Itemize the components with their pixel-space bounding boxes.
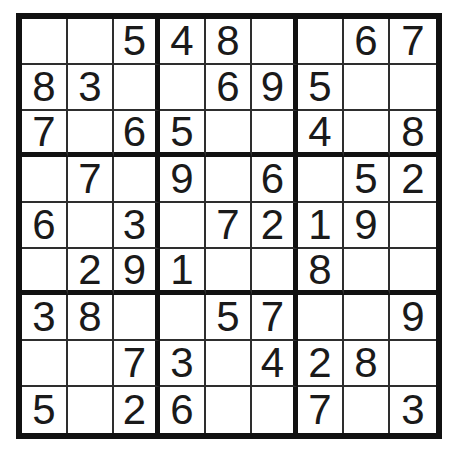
cell-r2c9[interactable]: [390, 65, 436, 111]
cell-r2c6[interactable]: 9: [252, 65, 298, 111]
cell-r3c8[interactable]: [344, 111, 390, 157]
cell-r1c8[interactable]: 6: [344, 19, 390, 65]
cell-r3c7[interactable]: 4: [298, 111, 344, 157]
cell-r4c3[interactable]: [114, 157, 160, 203]
cell-r9c8[interactable]: [344, 387, 390, 433]
cell-r1c2[interactable]: [68, 19, 114, 65]
cell-r8c8[interactable]: 8: [344, 341, 390, 387]
cell-r8c3[interactable]: 7: [114, 341, 160, 387]
cell-r8c6[interactable]: 4: [252, 341, 298, 387]
sudoku-grid: 5486783695765487965263721929183857973428…: [22, 19, 436, 433]
cell-r3c3[interactable]: 6: [114, 111, 160, 157]
cell-r2c8[interactable]: [344, 65, 390, 111]
cell-r5c1[interactable]: 6: [22, 203, 68, 249]
cell-r9c9[interactable]: 3: [390, 387, 436, 433]
cell-r6c4[interactable]: 1: [160, 249, 206, 295]
cell-r9c4[interactable]: 6: [160, 387, 206, 433]
cell-r1c9[interactable]: 7: [390, 19, 436, 65]
cell-r6c9[interactable]: [390, 249, 436, 295]
cell-r6c6[interactable]: [252, 249, 298, 295]
cell-r2c2[interactable]: 3: [68, 65, 114, 111]
cell-r4c1[interactable]: [22, 157, 68, 203]
cell-r1c5[interactable]: 8: [206, 19, 252, 65]
cell-r5c8[interactable]: 9: [344, 203, 390, 249]
cell-r6c7[interactable]: 8: [298, 249, 344, 295]
cell-r3c2[interactable]: [68, 111, 114, 157]
sudoku-page: 5486783695765487965263721929183857973428…: [0, 0, 458, 453]
cell-r5c6[interactable]: 2: [252, 203, 298, 249]
cell-r6c2[interactable]: 2: [68, 249, 114, 295]
cell-r9c2[interactable]: [68, 387, 114, 433]
cell-r1c3[interactable]: 5: [114, 19, 160, 65]
cell-r6c5[interactable]: [206, 249, 252, 295]
cell-r7c4[interactable]: [160, 295, 206, 341]
cell-r7c9[interactable]: 9: [390, 295, 436, 341]
cell-r4c2[interactable]: 7: [68, 157, 114, 203]
cell-r6c3[interactable]: 9: [114, 249, 160, 295]
cell-r7c2[interactable]: 8: [68, 295, 114, 341]
cell-r4c5[interactable]: [206, 157, 252, 203]
cell-r5c9[interactable]: [390, 203, 436, 249]
cell-r5c5[interactable]: 7: [206, 203, 252, 249]
cell-r5c7[interactable]: 1: [298, 203, 344, 249]
cell-r4c4[interactable]: 9: [160, 157, 206, 203]
cell-r6c1[interactable]: [22, 249, 68, 295]
cell-r4c8[interactable]: 5: [344, 157, 390, 203]
cell-r9c1[interactable]: 5: [22, 387, 68, 433]
cell-r7c1[interactable]: 3: [22, 295, 68, 341]
cell-r8c2[interactable]: [68, 341, 114, 387]
cell-r8c7[interactable]: 2: [298, 341, 344, 387]
cell-r3c5[interactable]: [206, 111, 252, 157]
cell-r2c4[interactable]: [160, 65, 206, 111]
cell-r9c7[interactable]: 7: [298, 387, 344, 433]
cell-r8c9[interactable]: [390, 341, 436, 387]
cell-r7c8[interactable]: [344, 295, 390, 341]
cell-r1c7[interactable]: [298, 19, 344, 65]
cell-r9c6[interactable]: [252, 387, 298, 433]
cell-r3c6[interactable]: [252, 111, 298, 157]
cell-r4c7[interactable]: [298, 157, 344, 203]
cell-r3c4[interactable]: 5: [160, 111, 206, 157]
cell-r2c3[interactable]: [114, 65, 160, 111]
cell-r1c1[interactable]: [22, 19, 68, 65]
cell-r1c4[interactable]: 4: [160, 19, 206, 65]
cell-r8c1[interactable]: [22, 341, 68, 387]
cell-r2c5[interactable]: 6: [206, 65, 252, 111]
cell-r2c1[interactable]: 8: [22, 65, 68, 111]
cell-r2c7[interactable]: 5: [298, 65, 344, 111]
cell-r7c6[interactable]: 7: [252, 295, 298, 341]
cell-r4c6[interactable]: 6: [252, 157, 298, 203]
cell-r3c9[interactable]: 8: [390, 111, 436, 157]
cell-r8c5[interactable]: [206, 341, 252, 387]
cell-r5c4[interactable]: [160, 203, 206, 249]
cell-r7c7[interactable]: [298, 295, 344, 341]
cell-r1c6[interactable]: [252, 19, 298, 65]
cell-r5c3[interactable]: 3: [114, 203, 160, 249]
cell-r9c3[interactable]: 2: [114, 387, 160, 433]
cell-r7c5[interactable]: 5: [206, 295, 252, 341]
cell-r7c3[interactable]: [114, 295, 160, 341]
cell-r8c4[interactable]: 3: [160, 341, 206, 387]
cell-r6c8[interactable]: [344, 249, 390, 295]
cell-r4c9[interactable]: 2: [390, 157, 436, 203]
sudoku-board: 5486783695765487965263721929183857973428…: [16, 13, 442, 439]
cell-r9c5[interactable]: [206, 387, 252, 433]
cell-r3c1[interactable]: 7: [22, 111, 68, 157]
cell-r5c2[interactable]: [68, 203, 114, 249]
